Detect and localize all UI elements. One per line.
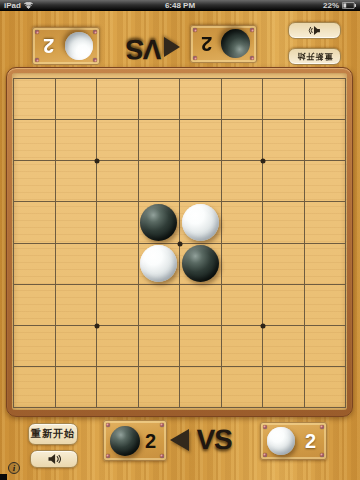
cell-g4[interactable]	[263, 202, 305, 243]
screw-icon	[193, 56, 197, 60]
screw-icon	[320, 425, 324, 429]
black-count: 2	[145, 431, 156, 451]
cell-c5[interactable]	[97, 244, 139, 285]
star-point	[261, 323, 266, 328]
screw-icon	[35, 30, 39, 34]
screw-icon	[320, 453, 324, 457]
cell-g5[interactable]	[263, 244, 305, 285]
screw-icon	[263, 453, 267, 457]
top-restart-button[interactable]: 重新开始	[288, 48, 341, 65]
cell-d2[interactable]	[139, 120, 181, 161]
speaker-icon	[47, 453, 62, 465]
screw-icon	[263, 425, 267, 429]
black-disc-icon	[110, 426, 140, 456]
cell-a7[interactable]	[14, 326, 56, 367]
top-white-count: 2	[43, 36, 54, 56]
screw-icon	[193, 28, 197, 32]
top-vs-label: VS	[117, 33, 170, 65]
cell-f4[interactable]	[222, 202, 264, 243]
cell-c8[interactable]	[97, 367, 139, 408]
cell-d6[interactable]	[139, 285, 181, 326]
screw-icon	[93, 30, 97, 34]
star-point	[95, 323, 100, 328]
cell-b1[interactable]	[56, 79, 98, 120]
cell-e2[interactable]	[180, 120, 222, 161]
cell-a3[interactable]	[14, 161, 56, 202]
screw-icon	[160, 423, 164, 427]
turn-indicator-top	[164, 37, 180, 57]
vs-label: VS	[191, 424, 236, 456]
cell-b8[interactable]	[56, 367, 98, 408]
cell-c1[interactable]	[97, 79, 139, 120]
cell-f7[interactable]	[222, 326, 264, 367]
cell-b6[interactable]	[56, 285, 98, 326]
screw-icon	[106, 454, 110, 458]
star-point	[178, 241, 183, 246]
cell-e4[interactable]	[180, 202, 222, 243]
cell-d5[interactable]	[139, 244, 181, 285]
cell-b7[interactable]	[56, 326, 98, 367]
cell-c7[interactable]	[97, 326, 139, 367]
cell-f6[interactable]	[222, 285, 264, 326]
cell-h8[interactable]	[305, 367, 347, 408]
cell-g6[interactable]	[263, 285, 305, 326]
cell-g3[interactable]	[263, 161, 305, 202]
black-score-plaque: 2	[103, 420, 167, 461]
cell-b5[interactable]	[56, 244, 98, 285]
screw-icon	[250, 28, 254, 32]
black-disc-icon	[221, 30, 250, 59]
white-disc-icon	[65, 32, 93, 60]
restart-button[interactable]: 重新开始	[28, 423, 78, 445]
cell-b4[interactable]	[56, 202, 98, 243]
top-black-count: 2	[201, 34, 212, 54]
screen-corner	[0, 474, 7, 480]
cell-h2[interactable]	[305, 120, 347, 161]
star-point	[261, 159, 266, 164]
cell-c6[interactable]	[97, 285, 139, 326]
cell-d8[interactable]	[139, 367, 181, 408]
cell-c2[interactable]	[97, 120, 139, 161]
cell-b3[interactable]	[56, 161, 98, 202]
white-disc	[140, 245, 177, 282]
white-score-plaque: 2	[260, 422, 327, 460]
cell-a1[interactable]	[14, 79, 56, 120]
app-screen: iPad 6:48 PM 22% 2 VS 2	[0, 0, 360, 480]
screw-icon	[93, 58, 97, 62]
cell-h1[interactable]	[305, 79, 347, 120]
cell-e1[interactable]	[180, 79, 222, 120]
screw-icon	[106, 423, 110, 427]
cell-g2[interactable]	[263, 120, 305, 161]
cell-g7[interactable]	[263, 326, 305, 367]
cell-d1[interactable]	[139, 79, 181, 120]
speaker-icon	[308, 25, 321, 36]
screw-icon	[250, 56, 254, 60]
cell-g8[interactable]	[263, 367, 305, 408]
cell-f2[interactable]	[222, 120, 264, 161]
cell-f1[interactable]	[222, 79, 264, 120]
cell-f8[interactable]	[222, 367, 264, 408]
turn-indicator	[170, 429, 189, 451]
screw-icon	[160, 454, 164, 458]
black-disc	[140, 204, 177, 241]
cell-e8[interactable]	[180, 367, 222, 408]
top-white-score-plaque: 2	[32, 27, 100, 65]
cell-e7[interactable]	[180, 326, 222, 367]
cell-a6[interactable]	[14, 285, 56, 326]
cell-d3[interactable]	[139, 161, 181, 202]
info-button[interactable]: i	[8, 462, 20, 474]
status-bar: iPad 6:48 PM 22%	[0, 0, 360, 11]
screw-icon	[35, 58, 39, 62]
cell-a5[interactable]	[14, 244, 56, 285]
top-black-score-plaque: 2	[190, 25, 257, 63]
cell-f5[interactable]	[222, 244, 264, 285]
cell-h3[interactable]	[305, 161, 347, 202]
cell-e5[interactable]	[180, 244, 222, 285]
sound-button[interactable]	[30, 450, 78, 468]
cell-e3[interactable]	[180, 161, 222, 202]
cell-c4[interactable]	[97, 202, 139, 243]
cell-a4[interactable]	[14, 202, 56, 243]
white-count: 2	[305, 431, 316, 451]
black-disc	[182, 245, 219, 282]
star-point	[95, 159, 100, 164]
top-sound-button[interactable]	[288, 22, 341, 39]
cell-b2[interactable]	[56, 120, 98, 161]
cell-g1[interactable]	[263, 79, 305, 120]
cell-e6[interactable]	[180, 285, 222, 326]
cell-a8[interactable]	[14, 367, 56, 408]
cell-d4[interactable]	[139, 202, 181, 243]
cell-h4[interactable]	[305, 202, 347, 243]
board-grid	[13, 78, 346, 408]
cell-h6[interactable]	[305, 285, 347, 326]
white-disc-icon	[267, 427, 295, 455]
white-disc	[182, 204, 219, 241]
cell-c3[interactable]	[97, 161, 139, 202]
cell-h5[interactable]	[305, 244, 347, 285]
cell-f3[interactable]	[222, 161, 264, 202]
clock: 6:48 PM	[0, 1, 360, 10]
cell-d7[interactable]	[139, 326, 181, 367]
cell-a2[interactable]	[14, 120, 56, 161]
cell-h7[interactable]	[305, 326, 347, 367]
